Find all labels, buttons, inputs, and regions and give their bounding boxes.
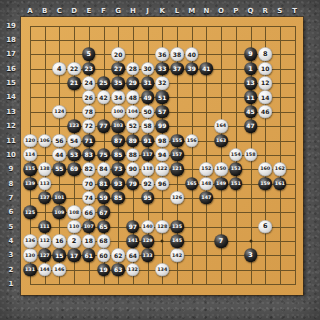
col-label-G: G bbox=[115, 7, 121, 15]
go-stone-black-89-H11: 89 bbox=[126, 134, 140, 148]
grid-line-horizontal bbox=[30, 284, 296, 285]
go-stone-black-13-Q15: 13 bbox=[244, 76, 258, 90]
col-label-T: T bbox=[292, 7, 297, 15]
go-stone-black-87-G11: 87 bbox=[111, 134, 125, 148]
go-stone-white-6-R5: 6 bbox=[258, 220, 272, 234]
go-stone-black-53-D10: 53 bbox=[67, 148, 81, 162]
go-stone-black-61-E3: 61 bbox=[82, 248, 96, 262]
go-stone-black-161-S8: 161 bbox=[273, 177, 287, 191]
go-stone-black-1-Q16: 1 bbox=[244, 62, 258, 76]
go-stone-white-113-B8: 113 bbox=[38, 177, 52, 191]
go-stone-black-79-H8: 79 bbox=[126, 177, 140, 191]
go-stone-white-2-D4: 2 bbox=[67, 234, 81, 248]
col-label-R: R bbox=[262, 7, 267, 15]
go-stone-black-59-F7: 59 bbox=[97, 191, 111, 205]
go-stone-white-24-E15: 24 bbox=[82, 76, 96, 90]
go-stone-white-64-H3: 64 bbox=[126, 248, 140, 262]
go-stone-black-91-J11: 91 bbox=[141, 134, 155, 148]
go-stone-black-145-L4: 145 bbox=[170, 234, 184, 248]
row-label-16: 16 bbox=[6, 65, 16, 73]
go-stone-black-151-P8: 151 bbox=[229, 177, 243, 191]
go-stone-white-160-R9: 160 bbox=[258, 162, 272, 176]
go-stone-white-60-F3: 60 bbox=[97, 248, 111, 262]
go-stone-white-70-E8: 70 bbox=[82, 177, 96, 191]
go-stone-white-52-H12: 52 bbox=[126, 119, 140, 133]
go-board[interactable]: 1234567891011121314151617181920212223242… bbox=[21, 17, 303, 295]
go-stone-black-101-C7: 101 bbox=[53, 191, 67, 205]
go-stone-black-49-J14: 49 bbox=[141, 91, 155, 105]
go-stone-black-103-G12: 103 bbox=[111, 119, 125, 133]
col-label-N: N bbox=[203, 7, 209, 15]
col-label-J: J bbox=[146, 7, 149, 15]
go-stone-white-90-H9: 90 bbox=[126, 162, 140, 176]
grid-line-horizontal bbox=[30, 198, 296, 199]
go-stone-black-29-H15: 29 bbox=[126, 76, 140, 90]
col-label-P: P bbox=[233, 7, 238, 15]
go-stone-white-44-C10: 44 bbox=[53, 148, 67, 162]
go-stone-white-56-C11: 56 bbox=[53, 134, 67, 148]
go-stone-black-69-D9: 69 bbox=[67, 162, 81, 176]
col-label-A: A bbox=[27, 7, 32, 15]
go-stone-white-74-E7: 74 bbox=[82, 191, 96, 205]
go-stone-white-88-H10: 88 bbox=[126, 148, 140, 162]
go-stone-black-97-H5: 97 bbox=[126, 220, 140, 234]
go-stone-black-9-Q17: 9 bbox=[244, 48, 258, 62]
go-stone-white-126-L7: 126 bbox=[170, 191, 184, 205]
go-stone-white-30-J16: 30 bbox=[141, 62, 155, 76]
go-stone-black-39-M16: 39 bbox=[185, 62, 199, 76]
go-stone-white-104-H13: 104 bbox=[126, 105, 140, 119]
go-stone-black-163-O11: 163 bbox=[214, 134, 228, 148]
go-stone-white-100-G13: 100 bbox=[111, 105, 125, 119]
go-stone-black-133-J3: 133 bbox=[141, 248, 155, 262]
go-stone-black-57-K13: 57 bbox=[155, 105, 169, 119]
col-label-F: F bbox=[101, 7, 106, 15]
go-stone-white-112-B4: 112 bbox=[38, 234, 52, 248]
go-stone-white-78-E13: 78 bbox=[82, 105, 96, 119]
go-stone-white-142-L3: 142 bbox=[170, 248, 184, 262]
go-stone-white-146-C2: 146 bbox=[53, 263, 67, 277]
go-stone-white-158-Q10: 158 bbox=[244, 148, 258, 162]
go-stone-white-128-K5: 128 bbox=[155, 220, 169, 234]
go-stone-black-5-E17: 5 bbox=[82, 48, 96, 62]
go-stone-white-34-G14: 34 bbox=[111, 91, 125, 105]
go-stone-black-85-G7: 85 bbox=[111, 191, 125, 205]
go-stone-black-165-M8: 165 bbox=[185, 177, 199, 191]
go-stone-black-41-N16: 41 bbox=[200, 62, 214, 76]
go-stone-white-110-D5: 110 bbox=[67, 220, 81, 234]
row-label-12: 12 bbox=[6, 122, 16, 130]
go-stone-black-45-Q13: 45 bbox=[244, 105, 258, 119]
col-label-M: M bbox=[188, 7, 195, 15]
go-stone-black-47-Q12: 47 bbox=[244, 119, 258, 133]
go-stone-white-10-R16: 10 bbox=[258, 62, 272, 76]
go-stone-black-117-J10: 117 bbox=[141, 148, 155, 162]
go-stone-white-12-R15: 12 bbox=[258, 76, 272, 90]
col-label-Q: Q bbox=[248, 7, 254, 15]
go-stone-black-25-F15: 25 bbox=[97, 76, 111, 90]
row-label-19: 19 bbox=[6, 22, 16, 30]
go-stone-black-37-L16: 37 bbox=[170, 62, 184, 76]
col-label-S: S bbox=[277, 7, 282, 15]
go-stone-black-153-P9: 153 bbox=[229, 162, 243, 176]
row-label-8: 8 bbox=[9, 180, 14, 188]
go-stone-white-92-J8: 92 bbox=[141, 177, 155, 191]
row-label-1: 1 bbox=[9, 280, 14, 288]
go-stone-white-138-B9: 138 bbox=[38, 162, 52, 176]
go-stone-white-48-H14: 48 bbox=[126, 91, 140, 105]
go-stone-black-35-G15: 35 bbox=[111, 76, 125, 90]
go-stone-white-72-E12: 72 bbox=[82, 119, 96, 133]
go-stone-white-118-J9: 118 bbox=[141, 162, 155, 176]
col-label-C: C bbox=[57, 7, 62, 15]
go-stone-white-58-J12: 58 bbox=[141, 119, 155, 133]
row-label-3: 3 bbox=[9, 251, 14, 259]
go-stone-black-159-R8: 159 bbox=[258, 177, 272, 191]
go-stone-white-136-A4: 136 bbox=[23, 234, 37, 248]
go-stone-black-11-Q14: 11 bbox=[244, 91, 258, 105]
go-stone-black-83-E10: 83 bbox=[82, 148, 96, 162]
go-stone-black-149-O8: 149 bbox=[214, 177, 228, 191]
row-label-17: 17 bbox=[6, 50, 16, 58]
row-label-6: 6 bbox=[9, 208, 14, 216]
go-stone-black-135-L5: 135 bbox=[170, 220, 184, 234]
star-point-K4 bbox=[161, 239, 164, 242]
go-stone-black-23-E16: 23 bbox=[82, 62, 96, 76]
go-stone-white-164-O12: 164 bbox=[214, 119, 228, 133]
go-stone-black-17-D3: 17 bbox=[67, 248, 81, 262]
col-label-B: B bbox=[42, 7, 47, 15]
go-stone-black-155-L11: 155 bbox=[170, 134, 184, 148]
go-stone-black-73-G9: 73 bbox=[111, 162, 125, 176]
col-label-H: H bbox=[130, 7, 136, 15]
go-stone-black-129-J4: 129 bbox=[141, 234, 155, 248]
star-point-Q4 bbox=[249, 239, 252, 242]
go-stone-white-8-R17: 8 bbox=[258, 48, 272, 62]
go-stone-white-82-E9: 82 bbox=[82, 162, 96, 176]
grid-line-vertical bbox=[295, 26, 296, 285]
go-stone-white-134-K2: 134 bbox=[155, 263, 169, 277]
go-stone-white-150-O9: 150 bbox=[214, 162, 228, 176]
go-stone-black-71-E11: 71 bbox=[82, 134, 96, 148]
go-stone-white-16-C4: 16 bbox=[53, 234, 67, 248]
go-stone-white-18-E4: 18 bbox=[82, 234, 96, 248]
go-stone-black-21-D15: 21 bbox=[67, 76, 81, 90]
go-stone-black-141-H4: 141 bbox=[126, 234, 140, 248]
go-stone-black-93-G8: 93 bbox=[111, 177, 125, 191]
row-label-10: 10 bbox=[6, 151, 16, 159]
row-label-18: 18 bbox=[6, 36, 16, 44]
go-stone-black-33-K16: 33 bbox=[155, 62, 169, 76]
go-stone-white-162-S9: 162 bbox=[273, 162, 287, 176]
go-stone-white-54-D11: 54 bbox=[67, 134, 81, 148]
go-stone-black-85-G10: 85 bbox=[111, 148, 125, 162]
go-stone-white-4-C16: 4 bbox=[53, 62, 67, 76]
go-stone-black-67-F6: 67 bbox=[97, 205, 111, 219]
go-stone-black-137-B7: 137 bbox=[38, 191, 52, 205]
row-label-4: 4 bbox=[9, 237, 14, 245]
go-stone-white-124-C13: 124 bbox=[53, 105, 67, 119]
go-stone-black-111-B5: 111 bbox=[38, 220, 52, 234]
go-stone-black-121-L9: 121 bbox=[170, 162, 184, 176]
row-label-13: 13 bbox=[6, 108, 16, 116]
go-stone-white-68-F4: 68 bbox=[97, 234, 111, 248]
go-stone-white-84-F9: 84 bbox=[97, 162, 111, 176]
go-stone-white-108-D6: 108 bbox=[67, 205, 81, 219]
col-label-O: O bbox=[218, 7, 224, 15]
go-stone-black-7-O4: 7 bbox=[214, 234, 228, 248]
go-stone-white-14-R14: 14 bbox=[258, 91, 272, 105]
go-stone-black-19-F2: 19 bbox=[97, 263, 111, 277]
go-stone-white-148-N8: 148 bbox=[200, 177, 214, 191]
go-stone-white-132-H2: 132 bbox=[126, 263, 140, 277]
go-stone-white-62-G3: 62 bbox=[111, 248, 125, 262]
go-stone-white-122-K9: 122 bbox=[155, 162, 169, 176]
row-label-14: 14 bbox=[6, 93, 16, 101]
go-stone-black-147-N7: 147 bbox=[200, 191, 214, 205]
row-label-11: 11 bbox=[6, 137, 16, 145]
go-stone-black-27-G16: 27 bbox=[111, 62, 125, 76]
grid-line-vertical bbox=[280, 26, 281, 285]
go-stone-black-63-G2: 63 bbox=[111, 263, 125, 277]
go-stone-white-32-K15: 32 bbox=[155, 76, 169, 90]
row-label-9: 9 bbox=[9, 165, 14, 173]
go-stone-black-139-A8: 139 bbox=[23, 177, 37, 191]
go-stone-white-144-B2: 144 bbox=[38, 263, 52, 277]
go-stone-white-28-H16: 28 bbox=[126, 62, 140, 76]
go-stone-black-3-Q3: 3 bbox=[244, 248, 258, 262]
go-kifu-screenshot: ABCDEFGHJKLMNOPQRST191817161514131211109… bbox=[0, 0, 320, 320]
go-stone-black-95-J7: 95 bbox=[141, 191, 155, 205]
go-stone-white-152-N9: 152 bbox=[200, 162, 214, 176]
go-stone-white-96-K8: 96 bbox=[155, 177, 169, 191]
col-label-L: L bbox=[175, 7, 179, 15]
col-label-D: D bbox=[71, 7, 77, 15]
row-label-7: 7 bbox=[9, 194, 14, 202]
row-label-2: 2 bbox=[9, 266, 14, 274]
go-stone-black-99-K12: 99 bbox=[155, 119, 169, 133]
go-stone-white-20-G17: 20 bbox=[111, 48, 125, 62]
go-stone-white-22-D16: 22 bbox=[67, 62, 81, 76]
go-stone-white-140-J5: 140 bbox=[141, 220, 155, 234]
go-stone-black-77-F12: 77 bbox=[97, 119, 111, 133]
go-stone-black-131-A2: 131 bbox=[23, 263, 37, 277]
go-stone-black-109-C6: 109 bbox=[53, 205, 67, 219]
go-stone-black-123-D12: 123 bbox=[67, 119, 81, 133]
col-label-K: K bbox=[160, 7, 165, 15]
go-stone-black-55-C9: 55 bbox=[53, 162, 67, 176]
go-stone-black-31-J15: 31 bbox=[141, 76, 155, 90]
go-stone-white-38-L17: 38 bbox=[170, 48, 184, 62]
go-stone-white-154-P10: 154 bbox=[229, 148, 243, 162]
col-label-E: E bbox=[86, 7, 91, 15]
go-stone-white-98-K11: 98 bbox=[155, 134, 169, 148]
go-stone-white-106-B11: 106 bbox=[38, 134, 52, 148]
go-stone-black-81-F8: 81 bbox=[97, 177, 111, 191]
go-stone-black-157-L10: 157 bbox=[170, 148, 184, 162]
go-stone-white-46-R13: 46 bbox=[258, 105, 272, 119]
go-stone-black-65-F5: 65 bbox=[97, 220, 111, 234]
go-stone-white-42-F14: 42 bbox=[97, 91, 111, 105]
go-stone-black-115-A9: 115 bbox=[23, 162, 37, 176]
go-stone-white-50-J13: 50 bbox=[141, 105, 155, 119]
go-stone-black-107-E5: 107 bbox=[82, 220, 96, 234]
go-stone-white-120-A11: 120 bbox=[23, 134, 37, 148]
row-label-15: 15 bbox=[6, 79, 16, 87]
go-stone-black-75-F10: 75 bbox=[97, 148, 111, 162]
go-stone-black-15-C3: 15 bbox=[53, 248, 67, 262]
go-stone-white-94-K10: 94 bbox=[155, 148, 169, 162]
go-stone-white-40-M17: 40 bbox=[185, 48, 199, 62]
go-stone-white-130-A3: 130 bbox=[23, 248, 37, 262]
row-label-5: 5 bbox=[9, 223, 14, 231]
go-stone-black-51-K14: 51 bbox=[155, 91, 169, 105]
go-stone-white-156-M11: 156 bbox=[185, 134, 199, 148]
go-stone-black-127-B3: 127 bbox=[38, 248, 52, 262]
go-stone-white-114-A10: 114 bbox=[23, 148, 37, 162]
go-stone-white-66-E6: 66 bbox=[82, 205, 96, 219]
go-stone-white-36-K17: 36 bbox=[155, 48, 169, 62]
go-stone-white-26-E14: 26 bbox=[82, 91, 96, 105]
go-stone-black-125-A6: 125 bbox=[23, 205, 37, 219]
